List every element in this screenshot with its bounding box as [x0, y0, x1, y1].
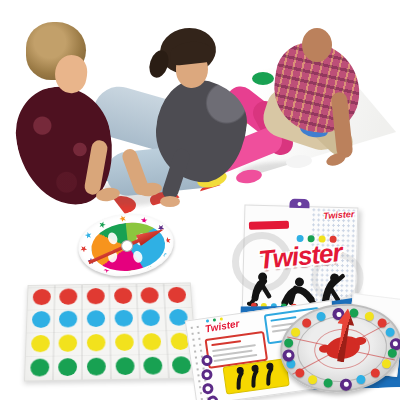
twister-product-collage: Twister Twister — [0, 0, 400, 400]
mat-cell — [82, 330, 110, 354]
mat-dot-red — [114, 287, 132, 303]
mat-dot-red — [141, 287, 160, 303]
mat-cell — [136, 284, 164, 307]
mat-dot-blue — [59, 311, 77, 328]
mat-cell — [111, 354, 140, 379]
box-mini-logo: Twister — [323, 209, 355, 221]
mat-dot-green — [144, 357, 164, 375]
mat-dot-grid — [25, 283, 197, 380]
mat-cell — [138, 329, 167, 353]
mat-dot-blue — [114, 310, 133, 327]
mat-cell — [82, 285, 109, 308]
mat-dot-yellow — [31, 335, 50, 353]
dot-blue — [206, 319, 209, 322]
mat-cell — [26, 331, 55, 355]
mat-dot-blue — [87, 310, 105, 327]
mat-dot-blue — [32, 311, 51, 328]
mat-dot-yellow — [115, 333, 134, 350]
large-spinner — [276, 298, 400, 398]
girl-middle-hand — [160, 196, 180, 207]
mat-cell — [55, 308, 83, 332]
dot-yellow — [220, 317, 223, 320]
foot-icon — [132, 250, 144, 264]
mat-cell — [82, 307, 110, 331]
mat-cell — [27, 308, 55, 332]
mat-dot-red — [60, 288, 78, 304]
mat-dot-yellow — [87, 334, 106, 351]
twister-mat-unfolded — [24, 282, 198, 381]
mat-cell — [54, 331, 82, 355]
mat-cell — [54, 355, 83, 380]
foot-icon-badge — [201, 368, 213, 380]
mat-cell — [139, 353, 169, 378]
hand-icon-badge — [202, 382, 214, 394]
spinner-card — [75, 209, 177, 281]
foot-icon — [106, 231, 119, 245]
mat-cell — [110, 307, 138, 331]
mat-cell — [110, 330, 139, 354]
mat-cell — [82, 354, 111, 379]
mat-cell — [55, 285, 82, 308]
mini-silhouettes — [224, 359, 289, 393]
mat-dot-yellow — [143, 333, 162, 350]
mat-dot-green — [252, 72, 274, 85]
mat-cell — [163, 283, 192, 306]
girl-right-hand-on-red-dot — [325, 151, 348, 168]
mat-dot-red — [247, 181, 275, 197]
mat-cell — [109, 284, 137, 307]
mat-dot-blue — [142, 310, 161, 327]
hang-hole — [297, 202, 301, 206]
hang-tab — [289, 199, 309, 209]
red-banner — [249, 221, 289, 230]
mat-dot-green — [172, 356, 192, 374]
mat-dot-yellow — [59, 334, 78, 352]
mat-dot-red — [291, 171, 317, 187]
mat-dot-red — [168, 287, 187, 303]
mat-dot-green — [115, 357, 134, 375]
mat-cell — [28, 285, 56, 308]
dot-green — [213, 318, 216, 321]
mat-cell — [137, 306, 166, 330]
mat-cell — [25, 355, 54, 380]
photo-kids-playing — [0, 0, 400, 225]
girl-right-face — [302, 28, 332, 62]
rim-dot-red — [377, 318, 387, 328]
mat-dot-red — [32, 289, 50, 305]
mat-dot-green — [30, 359, 49, 377]
mat-dot-red — [87, 288, 105, 304]
mat-dot-green — [59, 358, 78, 376]
mat-dot-green — [87, 358, 106, 376]
